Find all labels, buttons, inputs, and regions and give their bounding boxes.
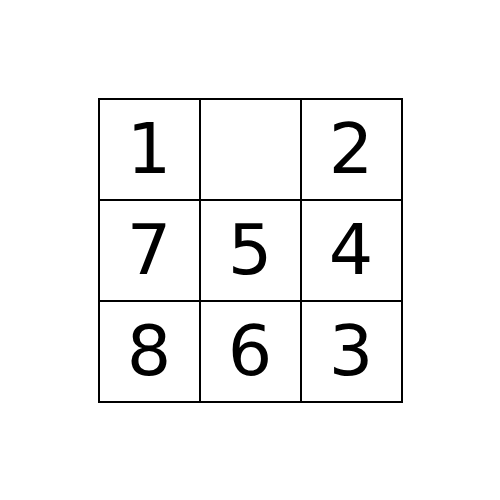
tile-r1c2[interactable]: 4: [301, 200, 402, 301]
tile-r1c0[interactable]: 7: [99, 200, 200, 301]
tile-r0c0[interactable]: 1: [99, 99, 200, 200]
tile-r0c2[interactable]: 2: [301, 99, 402, 200]
tile-r2c0[interactable]: 8: [99, 301, 200, 402]
tile-r2c1[interactable]: 6: [200, 301, 301, 402]
tile-r2c2[interactable]: 3: [301, 301, 402, 402]
puzzle-board: 12754863: [98, 98, 403, 403]
tile-r1c1[interactable]: 5: [200, 200, 301, 301]
empty-cell-r0c1: [200, 99, 301, 200]
